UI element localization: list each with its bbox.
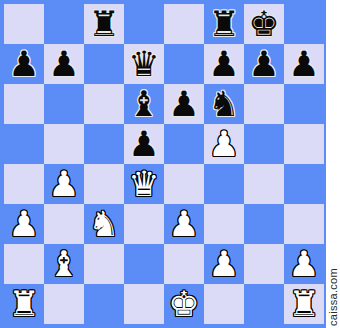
square-h1[interactable]: ♜	[284, 284, 324, 324]
square-f8[interactable]: ♜	[204, 4, 244, 44]
square-c2[interactable]	[84, 244, 124, 284]
square-g3[interactable]	[244, 204, 284, 244]
piece-black-pawn-b7: ♟	[48, 44, 79, 84]
square-f5[interactable]: ♟	[204, 124, 244, 164]
square-d4[interactable]: ♛	[124, 164, 164, 204]
square-c1[interactable]	[84, 284, 124, 324]
square-b3[interactable]	[44, 204, 84, 244]
piece-white-pawn-e3: ♟	[168, 204, 199, 244]
piece-white-pawn-h2: ♟	[288, 244, 319, 284]
square-a6[interactable]	[4, 84, 44, 124]
square-e4[interactable]	[164, 164, 204, 204]
square-b6[interactable]	[44, 84, 84, 124]
square-c5[interactable]	[84, 124, 124, 164]
piece-white-rook-h1: ♜	[288, 284, 319, 324]
square-b1[interactable]	[44, 284, 84, 324]
piece-black-queen-d7: ♛	[128, 44, 159, 84]
square-h8[interactable]	[284, 4, 324, 44]
square-g6[interactable]	[244, 84, 284, 124]
square-f3[interactable]	[204, 204, 244, 244]
square-h4[interactable]	[284, 164, 324, 204]
square-c8[interactable]: ♜	[84, 4, 124, 44]
piece-black-knight-f6: ♞	[208, 84, 239, 124]
square-g4[interactable]	[244, 164, 284, 204]
piece-white-rook-a1: ♜	[8, 284, 39, 324]
square-e3[interactable]: ♟	[164, 204, 204, 244]
watermark-strip: caissa.com	[326, 0, 340, 328]
piece-white-queen-d4: ♛	[128, 164, 159, 204]
square-c6[interactable]	[84, 84, 124, 124]
piece-white-pawn-b4: ♟	[48, 164, 79, 204]
square-e6[interactable]: ♟	[164, 84, 204, 124]
piece-white-pawn-f2: ♟	[208, 244, 239, 284]
piece-black-pawn-e6: ♟	[168, 84, 199, 124]
square-d1[interactable]	[124, 284, 164, 324]
square-e7[interactable]	[164, 44, 204, 84]
caissa-watermark: caissa.com	[327, 268, 339, 326]
square-g1[interactable]	[244, 284, 284, 324]
square-b8[interactable]	[44, 4, 84, 44]
piece-white-king-e1: ♚	[168, 284, 199, 324]
piece-white-pawn-a3: ♟	[8, 204, 39, 244]
square-a5[interactable]	[4, 124, 44, 164]
square-h3[interactable]	[284, 204, 324, 244]
square-e1[interactable]: ♚	[164, 284, 204, 324]
square-e8[interactable]	[164, 4, 204, 44]
square-d8[interactable]	[124, 4, 164, 44]
square-a8[interactable]	[4, 4, 44, 44]
square-f6[interactable]: ♞	[204, 84, 244, 124]
square-a2[interactable]	[4, 244, 44, 284]
square-c4[interactable]	[84, 164, 124, 204]
square-a1[interactable]: ♜	[4, 284, 44, 324]
square-d6[interactable]: ♝	[124, 84, 164, 124]
square-c7[interactable]	[84, 44, 124, 84]
square-f4[interactable]	[204, 164, 244, 204]
chess-board: ♜♜♚♟♟♛♟♟♟♝♟♞♟♟♟♛♟♞♟♝♟♟♜♚♜	[0, 0, 326, 328]
piece-black-rook-f8: ♜	[208, 4, 239, 44]
piece-white-bishop-b2: ♝	[48, 244, 79, 284]
piece-white-knight-c3: ♞	[88, 204, 119, 244]
square-h2[interactable]: ♟	[284, 244, 324, 284]
piece-black-pawn-a7: ♟	[8, 44, 39, 84]
piece-black-pawn-d5: ♟	[128, 124, 159, 164]
square-b4[interactable]: ♟	[44, 164, 84, 204]
square-h5[interactable]	[284, 124, 324, 164]
square-h6[interactable]	[284, 84, 324, 124]
square-d5[interactable]: ♟	[124, 124, 164, 164]
square-b5[interactable]	[44, 124, 84, 164]
square-a7[interactable]: ♟	[4, 44, 44, 84]
piece-black-bishop-d6: ♝	[128, 84, 159, 124]
square-d7[interactable]: ♛	[124, 44, 164, 84]
square-c3[interactable]: ♞	[84, 204, 124, 244]
square-e2[interactable]	[164, 244, 204, 284]
square-h7[interactable]: ♟	[284, 44, 324, 84]
square-b7[interactable]: ♟	[44, 44, 84, 84]
piece-black-king-g8: ♚	[248, 4, 279, 44]
chess-diagram: ♜♜♚♟♟♛♟♟♟♝♟♞♟♟♟♛♟♞♟♝♟♟♜♚♜ caissa.com	[0, 0, 340, 328]
piece-black-pawn-f7: ♟	[208, 44, 239, 84]
square-d2[interactable]	[124, 244, 164, 284]
square-g2[interactable]	[244, 244, 284, 284]
square-g7[interactable]: ♟	[244, 44, 284, 84]
square-g8[interactable]: ♚	[244, 4, 284, 44]
square-f7[interactable]: ♟	[204, 44, 244, 84]
square-a4[interactable]	[4, 164, 44, 204]
square-f2[interactable]: ♟	[204, 244, 244, 284]
piece-black-pawn-h7: ♟	[288, 44, 319, 84]
square-f1[interactable]	[204, 284, 244, 324]
piece-white-pawn-f5: ♟	[208, 124, 239, 164]
piece-black-pawn-g7: ♟	[248, 44, 279, 84]
square-b2[interactable]: ♝	[44, 244, 84, 284]
square-g5[interactable]	[244, 124, 284, 164]
square-d3[interactable]	[124, 204, 164, 244]
square-e5[interactable]	[164, 124, 204, 164]
square-a3[interactable]: ♟	[4, 204, 44, 244]
piece-black-rook-c8: ♜	[88, 4, 119, 44]
